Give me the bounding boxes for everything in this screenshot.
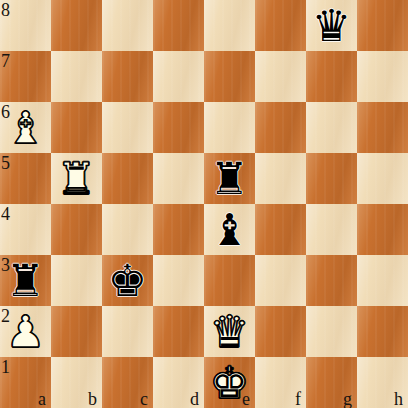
square-f7[interactable] (255, 51, 306, 102)
square-d2[interactable] (153, 306, 204, 357)
piece-white-rook[interactable]: ♜ (51, 153, 102, 204)
square-h3[interactable] (357, 255, 408, 306)
square-g6[interactable] (306, 102, 357, 153)
square-d6[interactable] (153, 102, 204, 153)
square-a3[interactable]: 3♜ (0, 255, 51, 306)
piece-black-bishop[interactable]: ♝ (204, 204, 255, 255)
square-e1[interactable]: e♚ (204, 357, 255, 408)
square-c3[interactable]: ♚ (102, 255, 153, 306)
rank-label-5: 5 (1, 154, 10, 172)
file-label-c: c (140, 390, 148, 408)
square-d3[interactable] (153, 255, 204, 306)
square-e7[interactable] (204, 51, 255, 102)
piece-white-queen[interactable]: ♛ (204, 306, 255, 357)
square-d5[interactable] (153, 153, 204, 204)
square-c2[interactable] (102, 306, 153, 357)
file-label-f: f (295, 390, 301, 408)
piece-white-king[interactable]: ♚ (204, 357, 255, 408)
square-a5[interactable]: 5 (0, 153, 51, 204)
square-g7[interactable] (306, 51, 357, 102)
square-b2[interactable] (51, 306, 102, 357)
square-e3[interactable] (204, 255, 255, 306)
square-h8[interactable] (357, 0, 408, 51)
file-label-a: a (38, 390, 46, 408)
square-b7[interactable] (51, 51, 102, 102)
square-a7[interactable]: 7 (0, 51, 51, 102)
square-a1[interactable]: 1a (0, 357, 51, 408)
square-h7[interactable] (357, 51, 408, 102)
square-c1[interactable]: c (102, 357, 153, 408)
square-g5[interactable] (306, 153, 357, 204)
square-g2[interactable] (306, 306, 357, 357)
piece-white-bishop[interactable]: ♝ (0, 102, 51, 153)
file-label-h: h (394, 390, 403, 408)
square-h6[interactable] (357, 102, 408, 153)
square-c4[interactable] (102, 204, 153, 255)
square-a6[interactable]: 6♝ (0, 102, 51, 153)
rank-label-8: 8 (1, 1, 10, 19)
piece-black-queen[interactable]: ♛ (306, 0, 357, 51)
square-g8[interactable]: ♛ (306, 0, 357, 51)
piece-black-king[interactable]: ♚ (102, 255, 153, 306)
square-e8[interactable] (204, 0, 255, 51)
square-e6[interactable] (204, 102, 255, 153)
square-f3[interactable] (255, 255, 306, 306)
square-b1[interactable]: b (51, 357, 102, 408)
square-e2[interactable]: ♛ (204, 306, 255, 357)
piece-black-rook[interactable]: ♜ (0, 255, 51, 306)
square-d4[interactable] (153, 204, 204, 255)
square-c5[interactable] (102, 153, 153, 204)
square-a2[interactable]: 2♟ (0, 306, 51, 357)
square-e5[interactable]: ♜ (204, 153, 255, 204)
square-g4[interactable] (306, 204, 357, 255)
rank-label-1: 1 (1, 358, 10, 376)
square-d7[interactable] (153, 51, 204, 102)
square-c7[interactable] (102, 51, 153, 102)
square-b3[interactable] (51, 255, 102, 306)
square-h1[interactable]: h (357, 357, 408, 408)
square-b8[interactable] (51, 0, 102, 51)
square-e4[interactable]: ♝ (204, 204, 255, 255)
chess-diagram: 8♛76♝5♜♜4♝3♜♚2♟♛1abcde♚fgh (0, 0, 408, 408)
piece-black-rook[interactable]: ♜ (204, 153, 255, 204)
square-f6[interactable] (255, 102, 306, 153)
square-d8[interactable] (153, 0, 204, 51)
square-d1[interactable]: d (153, 357, 204, 408)
square-f4[interactable] (255, 204, 306, 255)
square-a8[interactable]: 8 (0, 0, 51, 51)
square-b4[interactable] (51, 204, 102, 255)
square-g1[interactable]: g (306, 357, 357, 408)
file-label-g: g (343, 390, 352, 408)
file-label-d: d (190, 390, 199, 408)
square-h2[interactable] (357, 306, 408, 357)
square-f5[interactable] (255, 153, 306, 204)
chessboard: 8♛76♝5♜♜4♝3♜♚2♟♛1abcde♚fgh (0, 0, 408, 408)
square-f1[interactable]: f (255, 357, 306, 408)
square-c8[interactable] (102, 0, 153, 51)
square-f2[interactable] (255, 306, 306, 357)
square-c6[interactable] (102, 102, 153, 153)
square-b6[interactable] (51, 102, 102, 153)
square-b5[interactable]: ♜ (51, 153, 102, 204)
file-label-b: b (88, 390, 97, 408)
square-h5[interactable] (357, 153, 408, 204)
square-g3[interactable] (306, 255, 357, 306)
square-f8[interactable] (255, 0, 306, 51)
rank-label-4: 4 (1, 205, 10, 223)
square-h4[interactable] (357, 204, 408, 255)
piece-white-pawn[interactable]: ♟ (0, 306, 51, 357)
rank-label-7: 7 (1, 52, 10, 70)
square-a4[interactable]: 4 (0, 204, 51, 255)
